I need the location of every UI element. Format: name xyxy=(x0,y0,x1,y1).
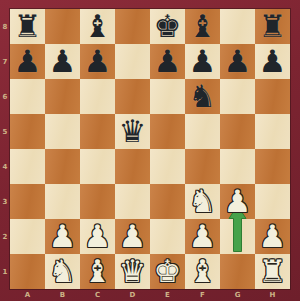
square-b5[interactable] xyxy=(45,114,80,149)
square-g7[interactable]: ♟ xyxy=(220,44,255,79)
square-a5[interactable] xyxy=(10,114,45,149)
white-pawn-d2[interactable]: ♟ xyxy=(115,219,150,254)
square-c2[interactable]: ♟ xyxy=(80,219,115,254)
square-b3[interactable] xyxy=(45,184,80,219)
square-d6[interactable] xyxy=(115,79,150,114)
square-h3[interactable] xyxy=(255,184,290,219)
square-d7[interactable] xyxy=(115,44,150,79)
square-g4[interactable] xyxy=(220,149,255,184)
square-h5[interactable] xyxy=(255,114,290,149)
square-d2[interactable]: ♟ xyxy=(115,219,150,254)
black-rook-a8[interactable]: ♜ xyxy=(10,9,45,44)
rank-label-2: 2 xyxy=(0,233,10,241)
black-queen-d5[interactable]: ♛ xyxy=(115,114,150,149)
file-label-a: A xyxy=(23,291,33,299)
square-e3[interactable] xyxy=(150,184,185,219)
file-label-d: D xyxy=(128,291,138,299)
white-queen-d1[interactable]: ♛ xyxy=(115,254,150,289)
square-d4[interactable] xyxy=(115,149,150,184)
square-b4[interactable] xyxy=(45,149,80,184)
square-g1[interactable] xyxy=(220,254,255,289)
black-pawn-b7[interactable]: ♟ xyxy=(45,44,80,79)
square-h1[interactable]: ♜ xyxy=(255,254,290,289)
square-e8[interactable]: ♚ xyxy=(150,9,185,44)
white-pawn-g3[interactable]: ♟ xyxy=(220,184,255,219)
file-label-h: H xyxy=(268,291,278,299)
square-f6[interactable]: ♞ xyxy=(185,79,220,114)
square-h6[interactable] xyxy=(255,79,290,114)
square-g3[interactable]: ♟ xyxy=(220,184,255,219)
square-b6[interactable] xyxy=(45,79,80,114)
square-e6[interactable] xyxy=(150,79,185,114)
square-f3[interactable]: ♞ xyxy=(185,184,220,219)
square-a1[interactable] xyxy=(10,254,45,289)
black-pawn-f7[interactable]: ♟ xyxy=(185,44,220,79)
square-f2[interactable]: ♟ xyxy=(185,219,220,254)
square-a6[interactable] xyxy=(10,79,45,114)
square-e4[interactable] xyxy=(150,149,185,184)
square-g5[interactable] xyxy=(220,114,255,149)
black-bishop-f8[interactable]: ♝ xyxy=(185,9,220,44)
file-label-b: B xyxy=(58,291,68,299)
square-h8[interactable]: ♜ xyxy=(255,9,290,44)
black-rook-h8[interactable]: ♜ xyxy=(255,9,290,44)
square-a3[interactable] xyxy=(10,184,45,219)
square-b7[interactable]: ♟ xyxy=(45,44,80,79)
square-a7[interactable]: ♟ xyxy=(10,44,45,79)
file-label-e: E xyxy=(163,291,173,299)
square-g2[interactable] xyxy=(220,219,255,254)
square-h7[interactable]: ♟ xyxy=(255,44,290,79)
square-a2[interactable] xyxy=(10,219,45,254)
square-h2[interactable]: ♟ xyxy=(255,219,290,254)
rank-label-5: 5 xyxy=(0,128,10,136)
black-bishop-c8[interactable]: ♝ xyxy=(80,9,115,44)
square-b8[interactable] xyxy=(45,9,80,44)
rank-label-6: 6 xyxy=(0,93,10,101)
square-f1[interactable]: ♝ xyxy=(185,254,220,289)
square-c7[interactable]: ♟ xyxy=(80,44,115,79)
black-knight-f6[interactable]: ♞ xyxy=(185,79,220,114)
black-pawn-h7[interactable]: ♟ xyxy=(255,44,290,79)
square-g6[interactable] xyxy=(220,79,255,114)
rank-label-3: 3 xyxy=(0,198,10,206)
white-knight-f3[interactable]: ♞ xyxy=(185,184,220,219)
square-e1[interactable]: ♚ xyxy=(150,254,185,289)
square-f8[interactable]: ♝ xyxy=(185,9,220,44)
black-king-e8[interactable]: ♚ xyxy=(150,9,185,44)
square-a8[interactable]: ♜ xyxy=(10,9,45,44)
black-pawn-a7[interactable]: ♟ xyxy=(10,44,45,79)
square-c6[interactable] xyxy=(80,79,115,114)
white-pawn-b2[interactable]: ♟ xyxy=(45,219,80,254)
white-pawn-f2[interactable]: ♟ xyxy=(185,219,220,254)
black-pawn-c7[interactable]: ♟ xyxy=(80,44,115,79)
square-d1[interactable]: ♛ xyxy=(115,254,150,289)
square-b2[interactable]: ♟ xyxy=(45,219,80,254)
square-c4[interactable] xyxy=(80,149,115,184)
square-h4[interactable] xyxy=(255,149,290,184)
file-label-f: F xyxy=(198,291,208,299)
file-label-g: G xyxy=(233,291,243,299)
white-bishop-f1[interactable]: ♝ xyxy=(185,254,220,289)
white-rook-h1[interactable]: ♜ xyxy=(255,254,290,289)
file-label-c: C xyxy=(93,291,103,299)
square-c1[interactable]: ♝ xyxy=(80,254,115,289)
black-pawn-e7[interactable]: ♟ xyxy=(150,44,185,79)
square-b1[interactable]: ♞ xyxy=(45,254,80,289)
rank-label-1: 1 xyxy=(0,268,10,276)
white-knight-b1[interactable]: ♞ xyxy=(45,254,80,289)
black-pawn-g7[interactable]: ♟ xyxy=(220,44,255,79)
square-c3[interactable] xyxy=(80,184,115,219)
square-f4[interactable] xyxy=(185,149,220,184)
rank-label-8: 8 xyxy=(0,23,10,31)
white-bishop-c1[interactable]: ♝ xyxy=(80,254,115,289)
square-c5[interactable] xyxy=(80,114,115,149)
square-d5[interactable]: ♛ xyxy=(115,114,150,149)
square-c8[interactable]: ♝ xyxy=(80,9,115,44)
chess-diagram: ♜♝♚♝♜♟♟♟♟♟♟♟♞♛♞♟♟♟♟♟♟♞♝♛♚♝♜ 87654321ABCD… xyxy=(0,0,300,301)
square-e2[interactable] xyxy=(150,219,185,254)
white-king-e1[interactable]: ♚ xyxy=(150,254,185,289)
chess-board: ♜♝♚♝♜♟♟♟♟♟♟♟♞♛♞♟♟♟♟♟♟♞♝♛♚♝♜ xyxy=(10,9,290,289)
rank-label-7: 7 xyxy=(0,58,10,66)
white-pawn-c2[interactable]: ♟ xyxy=(80,219,115,254)
white-pawn-h2[interactable]: ♟ xyxy=(255,219,290,254)
square-d8[interactable] xyxy=(115,9,150,44)
square-f7[interactable]: ♟ xyxy=(185,44,220,79)
square-g8[interactable] xyxy=(220,9,255,44)
square-e7[interactable]: ♟ xyxy=(150,44,185,79)
square-f5[interactable] xyxy=(185,114,220,149)
square-a4[interactable] xyxy=(10,149,45,184)
square-e5[interactable] xyxy=(150,114,185,149)
square-d3[interactable] xyxy=(115,184,150,219)
rank-label-4: 4 xyxy=(0,163,10,171)
